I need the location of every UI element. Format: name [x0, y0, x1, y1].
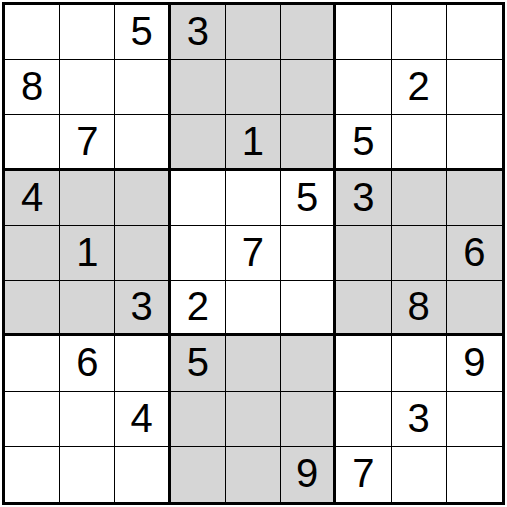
cell-r3c2[interactable]: 7: [60, 115, 115, 170]
sudoku-board: 53827154531763286594397: [2, 2, 505, 505]
cell-r2c5[interactable]: [226, 60, 281, 115]
given-digit: 7: [76, 121, 98, 161]
cell-r1c2[interactable]: [60, 5, 115, 60]
cell-r5c7[interactable]: [336, 226, 391, 281]
given-digit: 9: [463, 342, 485, 382]
cell-r5c5[interactable]: 7: [226, 226, 281, 281]
cell-r8c8[interactable]: 3: [392, 392, 447, 447]
cell-r2c4[interactable]: [171, 60, 226, 115]
given-digit: 3: [187, 11, 209, 51]
cell-r4c4[interactable]: [171, 171, 226, 226]
cell-r7c9[interactable]: 9: [447, 336, 502, 391]
cell-r9c7[interactable]: 7: [336, 447, 391, 502]
given-digit: 1: [76, 232, 98, 272]
cell-r8c2[interactable]: [60, 392, 115, 447]
cell-r5c4[interactable]: [171, 226, 226, 281]
given-digit: 3: [408, 398, 430, 438]
cell-r7c5[interactable]: [226, 336, 281, 391]
cell-r3c7[interactable]: 5: [336, 115, 391, 170]
cell-r6c6[interactable]: [281, 281, 336, 336]
given-digit: 5: [130, 11, 152, 51]
cell-r5c6[interactable]: [281, 226, 336, 281]
cell-r8c9[interactable]: [447, 392, 502, 447]
cell-r6c2[interactable]: [60, 281, 115, 336]
cell-r6c1[interactable]: [5, 281, 60, 336]
cell-r4c3[interactable]: [115, 171, 170, 226]
cell-r9c5[interactable]: [226, 447, 281, 502]
given-digit: 6: [463, 232, 485, 272]
cell-r8c4[interactable]: [171, 392, 226, 447]
cell-r7c7[interactable]: [336, 336, 391, 391]
cell-r9c9[interactable]: [447, 447, 502, 502]
cell-r6c7[interactable]: [336, 281, 391, 336]
cell-r3c3[interactable]: [115, 115, 170, 170]
cell-r2c3[interactable]: [115, 60, 170, 115]
cell-r2c8[interactable]: 2: [392, 60, 447, 115]
cell-r5c9[interactable]: 6: [447, 226, 502, 281]
cell-r3c6[interactable]: [281, 115, 336, 170]
cell-r7c3[interactable]: [115, 336, 170, 391]
cell-r7c2[interactable]: 6: [60, 336, 115, 391]
given-digit: 7: [242, 232, 264, 272]
cell-r5c8[interactable]: [392, 226, 447, 281]
given-digit: 2: [408, 66, 430, 106]
given-digit: 8: [408, 286, 430, 326]
cell-r1c7[interactable]: [336, 5, 391, 60]
cell-r4c5[interactable]: [226, 171, 281, 226]
cell-r1c1[interactable]: [5, 5, 60, 60]
given-digit: 2: [187, 286, 209, 326]
cell-r7c6[interactable]: [281, 336, 336, 391]
cell-r8c7[interactable]: [336, 392, 391, 447]
cell-r5c2[interactable]: 1: [60, 226, 115, 281]
cell-r4c6[interactable]: 5: [281, 171, 336, 226]
cell-r1c8[interactable]: [392, 5, 447, 60]
given-digit: 3: [352, 177, 374, 217]
cell-r8c1[interactable]: [5, 392, 60, 447]
cell-r3c1[interactable]: [5, 115, 60, 170]
given-digit: 4: [130, 398, 152, 438]
cell-r6c4[interactable]: 2: [171, 281, 226, 336]
cell-r1c9[interactable]: [447, 5, 502, 60]
cell-r8c6[interactable]: [281, 392, 336, 447]
cell-r3c9[interactable]: [447, 115, 502, 170]
cell-r9c4[interactable]: [171, 447, 226, 502]
cell-r2c1[interactable]: 8: [5, 60, 60, 115]
sudoku-page: 53827154531763286594397: [0, 0, 507, 507]
cell-r9c6[interactable]: 9: [281, 447, 336, 502]
given-digit: 7: [352, 453, 374, 493]
given-digit: 8: [21, 66, 43, 106]
cell-r6c3[interactable]: 3: [115, 281, 170, 336]
cell-r3c5[interactable]: 1: [226, 115, 281, 170]
cell-r2c7[interactable]: [336, 60, 391, 115]
cell-r4c9[interactable]: [447, 171, 502, 226]
cell-r1c6[interactable]: [281, 5, 336, 60]
cell-r4c8[interactable]: [392, 171, 447, 226]
cell-r7c1[interactable]: [5, 336, 60, 391]
given-digit: 1: [242, 121, 264, 161]
cell-r5c3[interactable]: [115, 226, 170, 281]
cell-r2c6[interactable]: [281, 60, 336, 115]
cell-r9c8[interactable]: [392, 447, 447, 502]
cell-r4c7[interactable]: 3: [336, 171, 391, 226]
cell-r8c3[interactable]: 4: [115, 392, 170, 447]
cell-r1c5[interactable]: [226, 5, 281, 60]
given-digit: 6: [76, 342, 98, 382]
cell-r3c8[interactable]: [392, 115, 447, 170]
cell-r2c2[interactable]: [60, 60, 115, 115]
given-digit: 5: [296, 177, 318, 217]
cell-r8c5[interactable]: [226, 392, 281, 447]
given-digit: 5: [187, 342, 209, 382]
given-digit: 4: [21, 177, 43, 217]
cell-r7c4[interactable]: 5: [171, 336, 226, 391]
cell-r4c1[interactable]: 4: [5, 171, 60, 226]
cell-r9c2[interactable]: [60, 447, 115, 502]
cell-r1c4[interactable]: 3: [171, 5, 226, 60]
cell-r4c2[interactable]: [60, 171, 115, 226]
cell-r6c9[interactable]: [447, 281, 502, 336]
cell-r9c3[interactable]: [115, 447, 170, 502]
cell-r6c5[interactable]: [226, 281, 281, 336]
cell-r1c3[interactable]: 5: [115, 5, 170, 60]
given-digit: 5: [352, 121, 374, 161]
cell-r2c9[interactable]: [447, 60, 502, 115]
given-digit: 3: [130, 286, 152, 326]
cell-r6c8[interactable]: 8: [392, 281, 447, 336]
given-digit: 9: [296, 453, 318, 493]
cell-r3c4[interactable]: [171, 115, 226, 170]
cell-r9c1[interactable]: [5, 447, 60, 502]
cell-r7c8[interactable]: [392, 336, 447, 391]
cell-r5c1[interactable]: [5, 226, 60, 281]
